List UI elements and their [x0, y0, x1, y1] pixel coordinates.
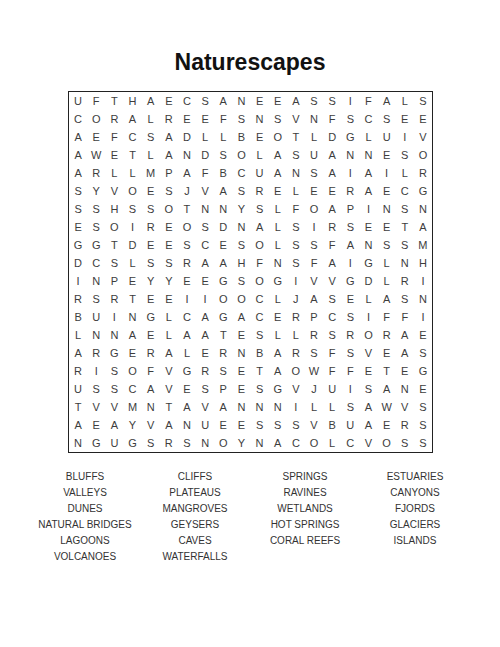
grid-cell[interactable]: E	[396, 110, 414, 128]
grid-cell[interactable]: S	[250, 416, 268, 434]
grid-cell[interactable]: I	[123, 218, 141, 236]
grid-cell[interactable]: L	[359, 128, 377, 146]
grid-cell[interactable]: O	[178, 218, 196, 236]
grid-cell[interactable]: R	[105, 110, 123, 128]
grid-cell[interactable]: N	[287, 164, 305, 182]
grid-cell[interactable]: S	[323, 290, 341, 308]
grid-cell[interactable]: N	[250, 434, 268, 452]
grid-cell[interactable]: S	[69, 182, 87, 200]
grid-cell[interactable]: E	[160, 92, 178, 110]
grid-cell[interactable]: C	[250, 308, 268, 326]
grid-cell[interactable]: N	[123, 308, 141, 326]
grid-cell[interactable]: E	[414, 380, 432, 398]
grid-cell[interactable]: E	[214, 416, 232, 434]
grid-cell[interactable]: N	[232, 92, 250, 110]
grid-cell[interactable]: S	[178, 236, 196, 254]
grid-cell[interactable]: G	[269, 380, 287, 398]
grid-cell[interactable]: A	[123, 326, 141, 344]
grid-cell[interactable]: C	[396, 182, 414, 200]
grid-cell[interactable]: V	[414, 128, 432, 146]
grid-cell[interactable]: L	[142, 110, 160, 128]
grid-cell[interactable]: A	[323, 200, 341, 218]
grid-cell[interactable]: S	[323, 92, 341, 110]
grid-cell[interactable]: S	[359, 380, 377, 398]
grid-cell[interactable]: E	[359, 218, 377, 236]
grid-cell[interactable]: V	[196, 182, 214, 200]
grid-cell[interactable]: S	[269, 110, 287, 128]
grid-cell[interactable]: Y	[123, 416, 141, 434]
grid-cell[interactable]: A	[178, 164, 196, 182]
grid-cell[interactable]: O	[87, 110, 105, 128]
grid-cell[interactable]: E	[178, 380, 196, 398]
grid-cell[interactable]: C	[250, 290, 268, 308]
grid-cell[interactable]: A	[214, 182, 232, 200]
grid-cell[interactable]: F	[323, 344, 341, 362]
grid-cell[interactable]: L	[214, 128, 232, 146]
grid-cell[interactable]: P	[305, 308, 323, 326]
grid-cell[interactable]: R	[105, 290, 123, 308]
grid-cell[interactable]: V	[323, 272, 341, 290]
grid-cell[interactable]: E	[196, 344, 214, 362]
grid-cell[interactable]: E	[378, 182, 396, 200]
grid-cell[interactable]: N	[87, 272, 105, 290]
grid-cell[interactable]: S	[87, 290, 105, 308]
grid-cell[interactable]: T	[160, 398, 178, 416]
grid-cell[interactable]: N	[396, 254, 414, 272]
grid-cell[interactable]: E	[142, 326, 160, 344]
grid-cell[interactable]: A	[160, 128, 178, 146]
grid-cell[interactable]: I	[341, 254, 359, 272]
grid-cell[interactable]: S	[341, 308, 359, 326]
grid-cell[interactable]: S	[196, 380, 214, 398]
grid-cell[interactable]: V	[160, 380, 178, 398]
grid-cell[interactable]: A	[269, 164, 287, 182]
grid-cell[interactable]: S	[142, 128, 160, 146]
grid-cell[interactable]: D	[323, 128, 341, 146]
grid-cell[interactable]: I	[341, 164, 359, 182]
grid-cell[interactable]: E	[378, 146, 396, 164]
grid-cell[interactable]: C	[359, 110, 377, 128]
grid-cell[interactable]: T	[396, 218, 414, 236]
grid-cell[interactable]: L	[396, 164, 414, 182]
grid-cell[interactable]: U	[341, 416, 359, 434]
grid-cell[interactable]: R	[214, 344, 232, 362]
grid-cell[interactable]: S	[214, 146, 232, 164]
grid-cell[interactable]: T	[105, 92, 123, 110]
grid-cell[interactable]: P	[214, 380, 232, 398]
grid-cell[interactable]: L	[269, 290, 287, 308]
grid-cell[interactable]: N	[87, 326, 105, 344]
grid-cell[interactable]: L	[287, 182, 305, 200]
grid-cell[interactable]: A	[396, 326, 414, 344]
grid-cell[interactable]: O	[250, 272, 268, 290]
grid-cell[interactable]: L	[160, 308, 178, 326]
grid-cell[interactable]: U	[378, 128, 396, 146]
grid-cell[interactable]: I	[378, 164, 396, 182]
grid-cell[interactable]: O	[160, 200, 178, 218]
grid-cell[interactable]: S	[69, 200, 87, 218]
grid-cell[interactable]: S	[196, 92, 214, 110]
grid-cell[interactable]: T	[250, 362, 268, 380]
grid-cell[interactable]: E	[269, 182, 287, 200]
grid-cell[interactable]: J	[287, 290, 305, 308]
grid-cell[interactable]: B	[69, 308, 87, 326]
grid-cell[interactable]: O	[105, 218, 123, 236]
grid-cell[interactable]: R	[414, 164, 432, 182]
grid-cell[interactable]: E	[160, 218, 178, 236]
grid-cell[interactable]: J	[178, 182, 196, 200]
grid-cell[interactable]: S	[232, 182, 250, 200]
grid-cell[interactable]: S	[287, 146, 305, 164]
grid-cell[interactable]: F	[105, 128, 123, 146]
grid-cell[interactable]: T	[178, 200, 196, 218]
grid-cell[interactable]: O	[287, 362, 305, 380]
grid-cell[interactable]: S	[232, 110, 250, 128]
grid-cell[interactable]: I	[414, 272, 432, 290]
grid-cell[interactable]: L	[323, 398, 341, 416]
grid-cell[interactable]: I	[414, 308, 432, 326]
grid-cell[interactable]: A	[359, 182, 377, 200]
grid-cell[interactable]: S	[142, 200, 160, 218]
grid-cell[interactable]: F	[250, 254, 268, 272]
grid-cell[interactable]: Y	[232, 434, 250, 452]
grid-cell[interactable]: B	[232, 128, 250, 146]
grid-cell[interactable]: P	[160, 164, 178, 182]
grid-cell[interactable]: S	[414, 398, 432, 416]
grid-cell[interactable]: U	[323, 380, 341, 398]
grid-cell[interactable]: J	[305, 380, 323, 398]
grid-cell[interactable]: S	[396, 236, 414, 254]
grid-cell[interactable]: A	[69, 146, 87, 164]
grid-cell[interactable]: L	[378, 254, 396, 272]
grid-cell[interactable]: A	[69, 344, 87, 362]
grid-cell[interactable]: D	[69, 254, 87, 272]
grid-cell[interactable]: N	[305, 110, 323, 128]
grid-cell[interactable]: R	[287, 344, 305, 362]
grid-cell[interactable]: C	[178, 92, 196, 110]
grid-cell[interactable]: A	[160, 146, 178, 164]
grid-cell[interactable]: S	[178, 434, 196, 452]
grid-cell[interactable]: N	[178, 146, 196, 164]
grid-cell[interactable]: L	[123, 254, 141, 272]
grid-cell[interactable]: G	[69, 236, 87, 254]
grid-cell[interactable]: T	[287, 128, 305, 146]
grid-cell[interactable]: G	[214, 308, 232, 326]
grid-cell[interactable]: E	[123, 272, 141, 290]
grid-cell[interactable]: I	[359, 200, 377, 218]
grid-cell[interactable]: Y	[232, 200, 250, 218]
grid-cell[interactable]: G	[178, 362, 196, 380]
grid-cell[interactable]: W	[305, 362, 323, 380]
grid-cell[interactable]: G	[142, 308, 160, 326]
grid-cell[interactable]: A	[269, 344, 287, 362]
grid-cell[interactable]: U	[105, 434, 123, 452]
grid-cell[interactable]: A	[396, 344, 414, 362]
grid-cell[interactable]: N	[378, 200, 396, 218]
grid-cell[interactable]: D	[359, 272, 377, 290]
grid-cell[interactable]: T	[123, 290, 141, 308]
grid-cell[interactable]: U	[87, 308, 105, 326]
grid-cell[interactable]: A	[196, 254, 214, 272]
grid-cell[interactable]: O	[232, 146, 250, 164]
grid-cell[interactable]: S	[396, 146, 414, 164]
grid-cell[interactable]: A	[160, 344, 178, 362]
grid-cell[interactable]: U	[250, 164, 268, 182]
grid-cell[interactable]: G	[414, 362, 432, 380]
grid-cell[interactable]: E	[269, 92, 287, 110]
grid-cell[interactable]: R	[87, 164, 105, 182]
grid-cell[interactable]: H	[414, 254, 432, 272]
grid-cell[interactable]: E	[214, 236, 232, 254]
grid-cell[interactable]: A	[269, 146, 287, 164]
grid-cell[interactable]: S	[378, 236, 396, 254]
grid-cell[interactable]: N	[105, 326, 123, 344]
grid-cell[interactable]: I	[341, 92, 359, 110]
grid-cell[interactable]: O	[214, 434, 232, 452]
grid-cell[interactable]: E	[378, 416, 396, 434]
grid-cell[interactable]: R	[142, 344, 160, 362]
grid-cell[interactable]: I	[196, 290, 214, 308]
grid-cell[interactable]: O	[269, 128, 287, 146]
grid-cell[interactable]: F	[378, 308, 396, 326]
grid-cell[interactable]: T	[123, 146, 141, 164]
grid-cell[interactable]: N	[269, 398, 287, 416]
grid-cell[interactable]: L	[269, 326, 287, 344]
grid-cell[interactable]: R	[142, 218, 160, 236]
grid-cell[interactable]: N	[142, 398, 160, 416]
grid-cell[interactable]: L	[396, 92, 414, 110]
grid-cell[interactable]: E	[232, 380, 250, 398]
grid-cell[interactable]: M	[142, 164, 160, 182]
grid-cell[interactable]: N	[214, 200, 232, 218]
grid-cell[interactable]: A	[214, 92, 232, 110]
grid-cell[interactable]: S	[378, 110, 396, 128]
grid-cell[interactable]: E	[378, 218, 396, 236]
grid-cell[interactable]: G	[87, 236, 105, 254]
grid-cell[interactable]: S	[87, 380, 105, 398]
grid-cell[interactable]: R	[341, 182, 359, 200]
grid-cell[interactable]: L	[250, 146, 268, 164]
grid-cell[interactable]: S	[87, 200, 105, 218]
grid-cell[interactable]: S	[305, 164, 323, 182]
grid-cell[interactable]: S	[105, 362, 123, 380]
grid-cell[interactable]: C	[341, 434, 359, 452]
grid-cell[interactable]: I	[305, 218, 323, 236]
grid-cell[interactable]: V	[359, 434, 377, 452]
grid-cell[interactable]: A	[378, 380, 396, 398]
grid-cell[interactable]: E	[142, 290, 160, 308]
grid-cell[interactable]: C	[287, 434, 305, 452]
grid-cell[interactable]: L	[378, 272, 396, 290]
grid-cell[interactable]: S	[105, 380, 123, 398]
grid-cell[interactable]: E	[142, 236, 160, 254]
grid-cell[interactable]: T	[378, 362, 396, 380]
grid-cell[interactable]: I	[69, 272, 87, 290]
grid-cell[interactable]: E	[378, 344, 396, 362]
grid-cell[interactable]: G	[341, 128, 359, 146]
grid-cell[interactable]: S	[250, 380, 268, 398]
grid-cell[interactable]: C	[87, 254, 105, 272]
grid-cell[interactable]: G	[341, 272, 359, 290]
grid-cell[interactable]: N	[69, 434, 87, 452]
grid-cell[interactable]: V	[396, 398, 414, 416]
grid-cell[interactable]: S	[305, 236, 323, 254]
grid-cell[interactable]: E	[232, 416, 250, 434]
grid-cell[interactable]: N	[359, 236, 377, 254]
grid-cell[interactable]: I	[341, 380, 359, 398]
grid-cell[interactable]: R	[305, 326, 323, 344]
grid-cell[interactable]: S	[323, 326, 341, 344]
grid-cell[interactable]: L	[142, 146, 160, 164]
grid-cell[interactable]: O	[250, 236, 268, 254]
grid-cell[interactable]: S	[160, 182, 178, 200]
grid-cell[interactable]: G	[123, 434, 141, 452]
grid-cell[interactable]: F	[214, 110, 232, 128]
grid-cell[interactable]: R	[396, 272, 414, 290]
grid-cell[interactable]: W	[87, 146, 105, 164]
grid-cell[interactable]: N	[178, 416, 196, 434]
grid-cell[interactable]: S	[250, 326, 268, 344]
grid-cell[interactable]: L	[305, 398, 323, 416]
grid-cell[interactable]: R	[250, 182, 268, 200]
grid-cell[interactable]: G	[105, 344, 123, 362]
grid-cell[interactable]: S	[305, 92, 323, 110]
grid-cell[interactable]: V	[196, 398, 214, 416]
grid-cell[interactable]: F	[323, 362, 341, 380]
grid-cell[interactable]: E	[105, 146, 123, 164]
grid-cell[interactable]: I	[105, 308, 123, 326]
grid-cell[interactable]: U	[305, 146, 323, 164]
grid-cell[interactable]: E	[160, 236, 178, 254]
grid-cell[interactable]: N	[232, 344, 250, 362]
grid-cell[interactable]: A	[142, 92, 160, 110]
grid-cell[interactable]: U	[69, 92, 87, 110]
grid-cell[interactable]: L	[123, 164, 141, 182]
grid-cell[interactable]: A	[323, 164, 341, 182]
grid-cell[interactable]: E	[232, 362, 250, 380]
grid-cell[interactable]: E	[323, 182, 341, 200]
grid-cell[interactable]: O	[359, 326, 377, 344]
grid-cell[interactable]: G	[214, 272, 232, 290]
grid-cell[interactable]: O	[214, 290, 232, 308]
grid-cell[interactable]: S	[123, 200, 141, 218]
grid-cell[interactable]: R	[160, 110, 178, 128]
grid-cell[interactable]: F	[142, 362, 160, 380]
grid-cell[interactable]: N	[250, 110, 268, 128]
grid-cell[interactable]: E	[142, 182, 160, 200]
grid-cell[interactable]: L	[269, 218, 287, 236]
grid-cell[interactable]: A	[105, 416, 123, 434]
grid-cell[interactable]: I	[287, 398, 305, 416]
grid-cell[interactable]: S	[232, 272, 250, 290]
grid-cell[interactable]: L	[160, 326, 178, 344]
grid-cell[interactable]: V	[160, 362, 178, 380]
grid-cell[interactable]: S	[414, 416, 432, 434]
grid-cell[interactable]: V	[359, 344, 377, 362]
grid-cell[interactable]: O	[232, 290, 250, 308]
grid-cell[interactable]: D	[123, 236, 141, 254]
grid-cell[interactable]: A	[232, 308, 250, 326]
grid-cell[interactable]: N	[196, 200, 214, 218]
grid-cell[interactable]: V	[305, 272, 323, 290]
grid-cell[interactable]: E	[123, 344, 141, 362]
grid-cell[interactable]: S	[287, 416, 305, 434]
grid-cell[interactable]: V	[87, 398, 105, 416]
grid-cell[interactable]: N	[396, 380, 414, 398]
grid-cell[interactable]: P	[341, 200, 359, 218]
grid-cell[interactable]: A	[359, 398, 377, 416]
grid-cell[interactable]: H	[105, 200, 123, 218]
grid-cell[interactable]: T	[214, 326, 232, 344]
grid-cell[interactable]: N	[414, 200, 432, 218]
grid-cell[interactable]: F	[196, 164, 214, 182]
grid-cell[interactable]: E	[414, 326, 432, 344]
grid-cell[interactable]: S	[160, 254, 178, 272]
grid-cell[interactable]: O	[378, 434, 396, 452]
grid-cell[interactable]: L	[196, 128, 214, 146]
grid-cell[interactable]: A	[323, 254, 341, 272]
grid-cell[interactable]: F	[323, 236, 341, 254]
grid-cell[interactable]: D	[214, 218, 232, 236]
grid-cell[interactable]: R	[341, 326, 359, 344]
grid-cell[interactable]: G	[359, 254, 377, 272]
grid-cell[interactable]: E	[69, 218, 87, 236]
grid-cell[interactable]: C	[323, 308, 341, 326]
grid-cell[interactable]: R	[178, 254, 196, 272]
grid-cell[interactable]: S	[269, 416, 287, 434]
grid-cell[interactable]: E	[250, 128, 268, 146]
grid-cell[interactable]: O	[305, 200, 323, 218]
grid-cell[interactable]: N	[414, 290, 432, 308]
grid-cell[interactable]: C	[178, 308, 196, 326]
grid-cell[interactable]: W	[378, 398, 396, 416]
grid-cell[interactable]: M	[123, 398, 141, 416]
grid-cell[interactable]: N	[196, 434, 214, 452]
grid-cell[interactable]: A	[142, 380, 160, 398]
grid-cell[interactable]: V	[105, 182, 123, 200]
grid-cell[interactable]: A	[178, 326, 196, 344]
grid-cell[interactable]: R	[160, 434, 178, 452]
grid-cell[interactable]: I	[396, 128, 414, 146]
grid-cell[interactable]: N	[250, 398, 268, 416]
grid-cell[interactable]: C	[69, 110, 87, 128]
grid-cell[interactable]: F	[305, 254, 323, 272]
grid-cell[interactable]: T	[105, 236, 123, 254]
grid-cell[interactable]: S	[305, 344, 323, 362]
grid-cell[interactable]: G	[87, 434, 105, 452]
grid-cell[interactable]: E	[396, 362, 414, 380]
grid-cell[interactable]: A	[414, 218, 432, 236]
grid-cell[interactable]: U	[196, 416, 214, 434]
grid-cell[interactable]: H	[232, 254, 250, 272]
grid-cell[interactable]: N	[269, 254, 287, 272]
grid-cell[interactable]: E	[232, 326, 250, 344]
grid-cell[interactable]: S	[142, 254, 160, 272]
grid-cell[interactable]: E	[196, 110, 214, 128]
grid-cell[interactable]: E	[359, 362, 377, 380]
grid-cell[interactable]: I	[287, 272, 305, 290]
grid-cell[interactable]: S	[341, 218, 359, 236]
grid-cell[interactable]: L	[287, 326, 305, 344]
grid-cell[interactable]: S	[87, 218, 105, 236]
grid-cell[interactable]: S	[396, 290, 414, 308]
grid-cell[interactable]: S	[341, 110, 359, 128]
grid-cell[interactable]: A	[123, 110, 141, 128]
grid-cell[interactable]: A	[196, 326, 214, 344]
grid-cell[interactable]: G	[414, 182, 432, 200]
grid-cell[interactable]: A	[305, 290, 323, 308]
grid-cell[interactable]: V	[287, 380, 305, 398]
